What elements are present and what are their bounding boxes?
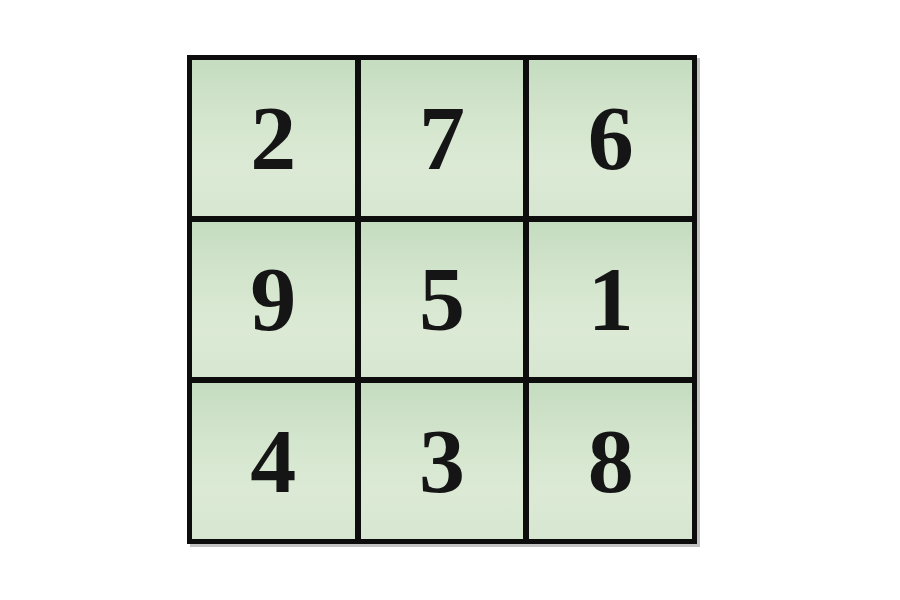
cell-r1c1: 2 xyxy=(192,60,355,216)
cell-r2c3: 1 xyxy=(529,222,692,378)
cell-r1c2: 7 xyxy=(361,60,524,216)
cell-r2c2: 5 xyxy=(361,222,524,378)
page-background: 2 7 6 9 5 1 4 3 8 xyxy=(0,0,900,600)
cell-r3c1: 4 xyxy=(192,383,355,539)
cell-r2c1: 9 xyxy=(192,222,355,378)
cell-r1c3: 6 xyxy=(529,60,692,216)
magic-square-board: 2 7 6 9 5 1 4 3 8 xyxy=(187,55,697,544)
cell-r3c3: 8 xyxy=(529,383,692,539)
cell-r3c2: 3 xyxy=(361,383,524,539)
